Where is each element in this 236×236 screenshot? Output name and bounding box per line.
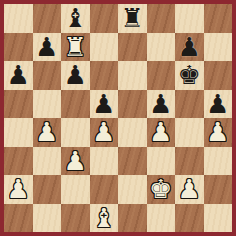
square-g5[interactable] [175,90,204,119]
square-f5[interactable]: ♟ [147,90,176,119]
square-b2[interactable] [33,175,62,204]
square-d2[interactable] [90,175,119,204]
chessboard-frame: ♝♜♟♜♟♟♟♚♟♟♟♟♟♟♟♟♟♚♟♝ [0,0,236,236]
square-h3[interactable] [204,147,233,176]
white-pawn[interactable]: ♟ [7,176,30,202]
square-c3[interactable]: ♟ [61,147,90,176]
black-king[interactable]: ♚ [178,62,201,88]
square-f4[interactable]: ♟ [147,118,176,147]
white-bishop[interactable]: ♝ [92,205,115,231]
square-b6[interactable] [33,61,62,90]
square-a1[interactable] [4,204,33,233]
square-a8[interactable] [4,4,33,33]
square-e2[interactable] [118,175,147,204]
square-b1[interactable] [33,204,62,233]
square-h8[interactable] [204,4,233,33]
white-pawn[interactable]: ♟ [178,176,201,202]
white-pawn[interactable]: ♟ [64,148,87,174]
square-c5[interactable] [61,90,90,119]
square-d4[interactable]: ♟ [90,118,119,147]
chessboard: ♝♜♟♜♟♟♟♚♟♟♟♟♟♟♟♟♟♚♟♝ [4,4,232,232]
black-pawn[interactable]: ♟ [206,91,229,117]
square-g3[interactable] [175,147,204,176]
square-c2[interactable] [61,175,90,204]
square-a4[interactable] [4,118,33,147]
square-a6[interactable]: ♟ [4,61,33,90]
black-pawn[interactable]: ♟ [178,34,201,60]
white-king[interactable]: ♚ [149,176,172,202]
square-g1[interactable] [175,204,204,233]
white-pawn[interactable]: ♟ [149,119,172,145]
square-f2[interactable]: ♚ [147,175,176,204]
square-f3[interactable] [147,147,176,176]
square-g2[interactable]: ♟ [175,175,204,204]
square-c7[interactable]: ♜ [61,33,90,62]
square-a3[interactable] [4,147,33,176]
square-h2[interactable] [204,175,233,204]
square-d3[interactable] [90,147,119,176]
square-f6[interactable] [147,61,176,90]
square-c8[interactable]: ♝ [61,4,90,33]
square-d7[interactable] [90,33,119,62]
square-d8[interactable] [90,4,119,33]
square-e6[interactable] [118,61,147,90]
square-e4[interactable] [118,118,147,147]
white-pawn[interactable]: ♟ [35,119,58,145]
square-g8[interactable] [175,4,204,33]
square-a5[interactable] [4,90,33,119]
black-pawn[interactable]: ♟ [149,91,172,117]
square-b5[interactable] [33,90,62,119]
black-rook[interactable]: ♜ [121,5,144,31]
square-c1[interactable] [61,204,90,233]
black-pawn[interactable]: ♟ [7,62,30,88]
square-d1[interactable]: ♝ [90,204,119,233]
black-bishop[interactable]: ♝ [64,5,87,31]
square-e1[interactable] [118,204,147,233]
square-c4[interactable] [61,118,90,147]
square-e8[interactable]: ♜ [118,4,147,33]
square-b8[interactable] [33,4,62,33]
square-g4[interactable] [175,118,204,147]
square-e3[interactable] [118,147,147,176]
black-pawn[interactable]: ♟ [35,34,58,60]
square-f7[interactable] [147,33,176,62]
square-d5[interactable]: ♟ [90,90,119,119]
square-a7[interactable] [4,33,33,62]
square-b4[interactable]: ♟ [33,118,62,147]
square-g6[interactable]: ♚ [175,61,204,90]
square-e5[interactable] [118,90,147,119]
square-f1[interactable] [147,204,176,233]
square-a2[interactable]: ♟ [4,175,33,204]
square-g7[interactable]: ♟ [175,33,204,62]
white-rook[interactable]: ♜ [64,34,87,60]
square-h7[interactable] [204,33,233,62]
square-e7[interactable] [118,33,147,62]
square-f8[interactable] [147,4,176,33]
square-h6[interactable] [204,61,233,90]
square-b3[interactable] [33,147,62,176]
square-h4[interactable]: ♟ [204,118,233,147]
black-pawn[interactable]: ♟ [92,91,115,117]
black-pawn[interactable]: ♟ [64,62,87,88]
square-h5[interactable]: ♟ [204,90,233,119]
square-h1[interactable] [204,204,233,233]
white-pawn[interactable]: ♟ [92,119,115,145]
white-pawn[interactable]: ♟ [206,119,229,145]
square-b7[interactable]: ♟ [33,33,62,62]
square-d6[interactable] [90,61,119,90]
square-c6[interactable]: ♟ [61,61,90,90]
